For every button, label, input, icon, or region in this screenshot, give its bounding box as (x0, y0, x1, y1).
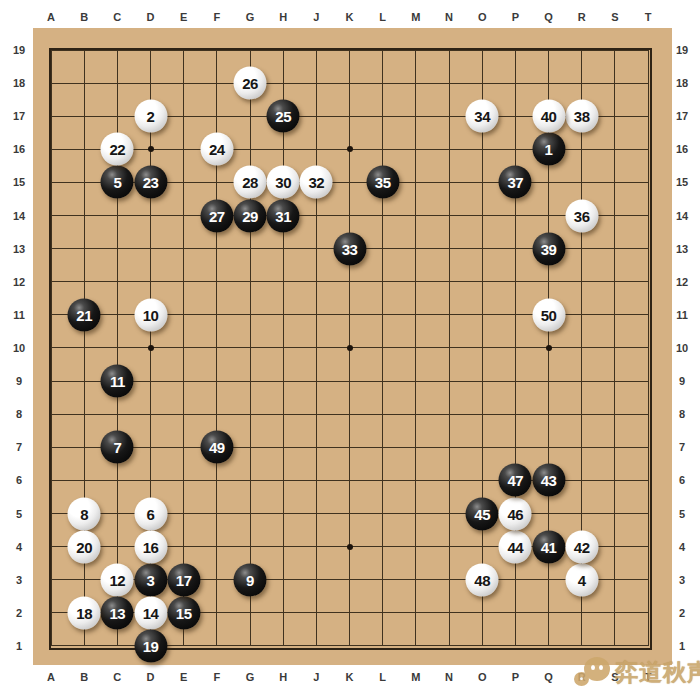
row-label-left: 6 (16, 474, 22, 486)
row-label-left: 10 (13, 342, 25, 354)
stone-number: 13 (109, 605, 125, 620)
stone-number: 11 (110, 374, 125, 389)
stone-black-23: 23 (134, 166, 167, 199)
hoshi-point (347, 345, 353, 351)
row-label-left: 1 (16, 640, 22, 652)
stone-number: 9 (246, 572, 254, 587)
stone-white-32: 32 (300, 166, 333, 199)
stone-number: 26 (242, 76, 258, 91)
row-label-left: 11 (13, 309, 25, 321)
stone-black-45: 45 (466, 497, 499, 530)
stone-black-19: 19 (134, 629, 167, 662)
stone-black-39: 39 (532, 232, 565, 265)
row-label-right: 18 (676, 77, 688, 89)
stone-black-41: 41 (532, 530, 565, 563)
stone-white-8: 8 (68, 497, 101, 530)
row-label-right: 8 (679, 408, 685, 420)
stone-number: 37 (507, 175, 523, 190)
row-label-left: 15 (13, 176, 25, 188)
row-label-left: 13 (13, 243, 25, 255)
col-label-bottom: F (213, 671, 220, 683)
stone-number: 21 (76, 307, 92, 322)
col-label-top: Q (544, 11, 553, 23)
stone-black-17: 17 (167, 563, 200, 596)
stone-number: 33 (342, 241, 358, 256)
col-label-top: N (445, 11, 453, 23)
col-label-bottom: O (478, 671, 487, 683)
row-label-right: 4 (679, 541, 685, 553)
stone-number: 32 (308, 175, 324, 190)
col-label-top: K (346, 11, 354, 23)
stone-number: 7 (113, 440, 121, 455)
stone-number: 31 (275, 208, 291, 223)
col-label-top: D (147, 11, 155, 23)
col-label-bottom: R (578, 671, 586, 683)
stone-white-12: 12 (101, 563, 134, 596)
col-label-top: M (411, 11, 420, 23)
board-layer: AABBCCDDEEFFGGHHJJKKLLMMNNOOPPQQRRSSTT19… (0, 0, 700, 700)
stone-number: 34 (474, 109, 490, 124)
stone-number: 38 (574, 109, 590, 124)
col-label-bottom: M (411, 671, 420, 683)
stone-white-16: 16 (134, 530, 167, 563)
stone-black-15: 15 (167, 596, 200, 629)
stone-number: 5 (113, 175, 121, 190)
stone-number: 48 (474, 572, 490, 587)
stone-number: 10 (143, 307, 159, 322)
col-label-top: P (512, 11, 519, 23)
stone-black-35: 35 (366, 166, 399, 199)
col-label-bottom: N (445, 671, 453, 683)
hoshi-point (546, 345, 552, 351)
stone-black-21: 21 (68, 298, 101, 331)
stone-black-31: 31 (267, 199, 300, 232)
stone-number: 18 (76, 605, 92, 620)
row-label-left: 16 (13, 143, 25, 155)
stone-number: 40 (541, 109, 557, 124)
row-label-right: 14 (676, 210, 688, 222)
row-label-right: 5 (679, 508, 685, 520)
row-label-right: 10 (676, 342, 688, 354)
stone-number: 50 (541, 307, 557, 322)
stone-black-33: 33 (333, 232, 366, 265)
row-label-right: 2 (679, 607, 685, 619)
col-label-top: L (379, 11, 386, 23)
stone-number: 35 (375, 175, 391, 190)
row-label-left: 5 (16, 508, 22, 520)
row-label-left: 17 (13, 110, 25, 122)
stone-number: 1 (545, 142, 553, 157)
stone-white-48: 48 (466, 563, 499, 596)
stone-number: 19 (143, 638, 159, 653)
row-label-right: 11 (676, 309, 688, 321)
stone-black-47: 47 (499, 464, 532, 497)
stone-number: 29 (242, 208, 258, 223)
row-label-left: 7 (16, 441, 22, 453)
col-label-top: O (478, 11, 487, 23)
hoshi-point (148, 146, 154, 152)
col-label-bottom: E (180, 671, 187, 683)
stone-number: 27 (209, 208, 225, 223)
col-label-bottom: J (313, 671, 319, 683)
stone-number: 15 (176, 605, 192, 620)
stone-number: 12 (109, 572, 125, 587)
stone-white-28: 28 (234, 166, 267, 199)
stone-number: 45 (474, 506, 490, 521)
stone-black-25: 25 (267, 100, 300, 133)
stone-white-40: 40 (532, 100, 565, 133)
stone-number: 6 (147, 506, 155, 521)
row-label-left: 9 (16, 375, 22, 387)
stone-white-22: 22 (101, 133, 134, 166)
col-label-top: G (246, 11, 255, 23)
stone-number: 4 (578, 572, 586, 587)
col-label-bottom: S (611, 671, 618, 683)
stone-black-29: 29 (234, 199, 267, 232)
col-label-bottom: G (246, 671, 255, 683)
hoshi-point (347, 544, 353, 550)
col-label-top: E (180, 11, 187, 23)
hoshi-point (148, 345, 154, 351)
stone-number: 43 (541, 473, 557, 488)
row-label-right: 3 (679, 574, 685, 586)
stone-white-46: 46 (499, 497, 532, 530)
stone-number: 3 (147, 572, 155, 587)
stone-white-34: 34 (466, 100, 499, 133)
stone-number: 39 (541, 241, 557, 256)
stone-white-20: 20 (68, 530, 101, 563)
stone-white-10: 10 (134, 298, 167, 331)
row-label-left: 2 (16, 607, 22, 619)
stone-number: 36 (574, 208, 590, 223)
row-label-right: 6 (679, 474, 685, 486)
row-label-left: 19 (13, 44, 25, 56)
row-label-right: 13 (676, 243, 688, 255)
stone-number: 23 (143, 175, 159, 190)
stone-black-11: 11 (101, 365, 134, 398)
row-label-left: 18 (13, 77, 25, 89)
stone-black-37: 37 (499, 166, 532, 199)
stone-number: 14 (143, 605, 159, 620)
stone-number: 2 (147, 109, 155, 124)
col-label-bottom: T (645, 671, 652, 683)
stone-black-9: 9 (234, 563, 267, 596)
col-label-top: A (47, 11, 55, 23)
row-label-left: 4 (16, 541, 22, 553)
col-label-bottom: H (279, 671, 287, 683)
stone-white-50: 50 (532, 298, 565, 331)
row-label-right: 16 (676, 143, 688, 155)
hoshi-point (347, 146, 353, 152)
stone-number: 41 (541, 539, 557, 554)
col-label-top: S (611, 11, 618, 23)
col-label-top: H (279, 11, 287, 23)
stone-white-14: 14 (134, 596, 167, 629)
col-label-top: F (213, 11, 220, 23)
stone-black-43: 43 (532, 464, 565, 497)
row-label-right: 19 (676, 44, 688, 56)
stone-white-6: 6 (134, 497, 167, 530)
stone-white-38: 38 (565, 100, 598, 133)
row-label-left: 3 (16, 574, 22, 586)
col-label-top: R (578, 11, 586, 23)
stone-white-30: 30 (267, 166, 300, 199)
col-label-bottom: C (113, 671, 121, 683)
stone-white-4: 4 (565, 563, 598, 596)
col-label-bottom: K (346, 671, 354, 683)
stone-black-3: 3 (134, 563, 167, 596)
stone-white-44: 44 (499, 530, 532, 563)
row-label-right: 9 (679, 375, 685, 387)
stone-number: 24 (209, 142, 225, 157)
col-label-bottom: D (147, 671, 155, 683)
stone-white-42: 42 (565, 530, 598, 563)
col-label-top: C (113, 11, 121, 23)
stone-black-5: 5 (101, 166, 134, 199)
stone-number: 16 (143, 539, 159, 554)
row-label-right: 1 (679, 640, 685, 652)
stone-white-24: 24 (200, 133, 233, 166)
stone-number: 49 (209, 440, 225, 455)
stone-number: 8 (80, 506, 88, 521)
stone-number: 44 (507, 539, 523, 554)
stone-number: 22 (109, 142, 125, 157)
col-label-bottom: A (47, 671, 55, 683)
col-label-top: T (645, 11, 652, 23)
col-label-bottom: B (80, 671, 88, 683)
stone-number: 28 (242, 175, 258, 190)
col-label-bottom: L (379, 671, 386, 683)
stone-black-13: 13 (101, 596, 134, 629)
row-label-right: 7 (679, 441, 685, 453)
stone-white-26: 26 (234, 67, 267, 100)
col-label-bottom: Q (544, 671, 553, 683)
row-label-right: 17 (676, 110, 688, 122)
stone-white-18: 18 (68, 596, 101, 629)
stone-number: 30 (275, 175, 291, 190)
col-label-top: J (313, 11, 319, 23)
col-label-bottom: P (512, 671, 519, 683)
row-label-left: 12 (13, 276, 25, 288)
stone-number: 47 (507, 473, 523, 488)
col-label-top: B (80, 11, 88, 23)
stone-number: 42 (574, 539, 590, 554)
row-label-left: 14 (13, 210, 25, 222)
stone-black-27: 27 (200, 199, 233, 232)
stone-black-49: 49 (200, 431, 233, 464)
stone-number: 17 (176, 572, 192, 587)
stone-white-36: 36 (565, 199, 598, 232)
row-label-right: 15 (676, 176, 688, 188)
stone-number: 25 (275, 109, 291, 124)
stone-black-1: 1 (532, 133, 565, 166)
go-diagram-page: AABBCCDDEEFFGGHHJJKKLLMMNNOOPPQQRRSSTT19… (0, 0, 700, 700)
row-label-right: 12 (676, 276, 688, 288)
stone-white-2: 2 (134, 100, 167, 133)
stone-number: 20 (76, 539, 92, 554)
row-label-left: 8 (16, 408, 22, 420)
stone-number: 46 (507, 506, 523, 521)
stone-black-7: 7 (101, 431, 134, 464)
